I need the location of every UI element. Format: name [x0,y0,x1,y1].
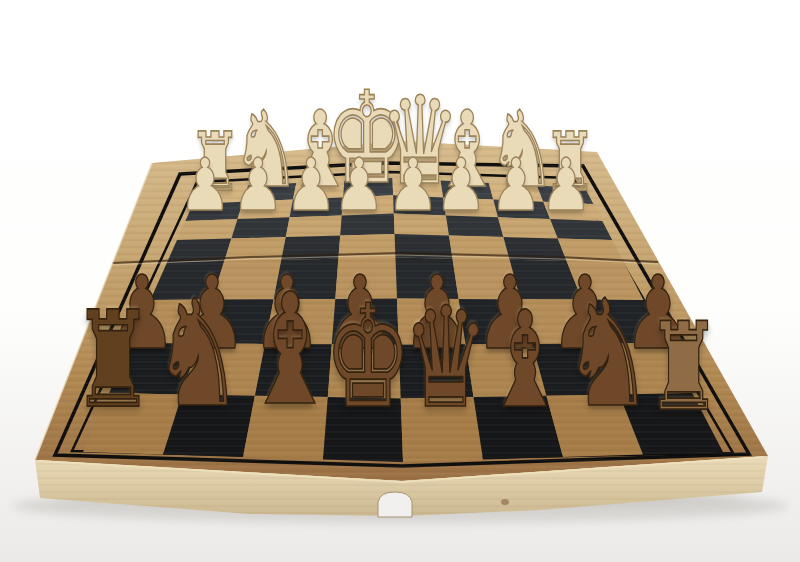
thumb-notch [378,492,412,517]
wood-knot [501,499,509,505]
grain-overlay [35,141,768,481]
chess-set-photo: ♜♞♝♚♛♝♞♜♟♟♟♟♟♟♟♟♟♟♟♟♟♟♟♟♜♞♝♚♛♝♞♜ [0,0,800,562]
chess-board [0,0,800,562]
